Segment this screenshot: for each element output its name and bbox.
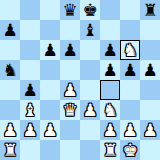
black-pawn-c6[interactable]: ♟ (42, 40, 57, 60)
white-pawn-e3[interactable]: ♟ (82, 100, 97, 120)
square-b6[interactable] (20, 40, 40, 60)
square-e5[interactable] (80, 60, 100, 80)
square-b8[interactable] (20, 0, 40, 20)
square-h6[interactable] (140, 40, 160, 60)
square-e6[interactable] (80, 40, 100, 60)
square-h8[interactable]: ♜ (140, 0, 160, 20)
square-h2[interactable]: ♟ (140, 120, 160, 140)
white-knight-f3[interactable]: ♞ (102, 100, 117, 120)
square-e3[interactable]: ♟ (80, 100, 100, 120)
square-e2[interactable] (80, 120, 100, 140)
white-pawn-a2[interactable]: ♟ (2, 120, 17, 140)
square-a1[interactable]: ♜ (0, 140, 20, 160)
square-h1[interactable] (140, 140, 160, 160)
square-d3[interactable]: ♛ (60, 100, 80, 120)
square-d5[interactable] (60, 60, 80, 80)
black-bishop-e7[interactable]: ♝ (82, 20, 97, 40)
square-a2[interactable]: ♟ (0, 120, 20, 140)
square-f5[interactable]: ♟ (100, 60, 120, 80)
chess-board: ♛♚♜♟♝♟♟♟♞♞♟♟♟♟♟♝♛♟♞♟♟♟♟♟♟♜♜♚ (0, 0, 160, 160)
black-pawn-a7[interactable]: ♟ (2, 20, 17, 40)
square-g6[interactable]: ♞ (120, 40, 140, 60)
square-a4[interactable] (0, 80, 20, 100)
square-b1[interactable] (20, 140, 40, 160)
square-c7[interactable] (40, 20, 60, 40)
square-e7[interactable]: ♝ (80, 20, 100, 40)
square-c3[interactable] (40, 100, 60, 120)
square-c1[interactable] (40, 140, 60, 160)
square-a5[interactable]: ♞ (0, 60, 20, 80)
black-pawn-f6[interactable]: ♟ (102, 40, 117, 60)
square-d4[interactable]: ♟ (60, 80, 80, 100)
black-pawn-d6[interactable]: ♟ (62, 40, 77, 60)
square-d1[interactable] (60, 140, 80, 160)
square-a7[interactable]: ♟ (0, 20, 20, 40)
square-e8[interactable]: ♚ (80, 0, 100, 20)
square-c2[interactable]: ♟ (40, 120, 60, 140)
white-pawn-h2[interactable]: ♟ (142, 120, 157, 140)
square-f4[interactable] (100, 80, 120, 100)
square-f8[interactable] (100, 0, 120, 20)
square-h7[interactable] (140, 20, 160, 40)
black-pawn-g5[interactable]: ♟ (122, 60, 137, 80)
square-c6[interactable]: ♟ (40, 40, 60, 60)
square-e4[interactable] (80, 80, 100, 100)
square-h3[interactable] (140, 100, 160, 120)
black-king-e8[interactable]: ♚ (82, 0, 97, 20)
square-g8[interactable] (120, 0, 140, 20)
square-f3[interactable]: ♞ (100, 100, 120, 120)
white-knight-g6[interactable]: ♞ (122, 40, 137, 60)
square-e1[interactable] (80, 140, 100, 160)
black-pawn-h5[interactable]: ♟ (142, 60, 157, 80)
black-queen-d8[interactable]: ♛ (62, 0, 77, 20)
white-bishop-b3[interactable]: ♝ (22, 100, 37, 120)
square-d2[interactable] (60, 120, 80, 140)
square-g7[interactable] (120, 20, 140, 40)
square-c5[interactable] (40, 60, 60, 80)
square-a3[interactable] (0, 100, 20, 120)
white-queen-d3[interactable]: ♛ (62, 100, 77, 120)
white-pawn-f2[interactable]: ♟ (102, 120, 117, 140)
white-pawn-b2[interactable]: ♟ (22, 120, 37, 140)
square-c4[interactable] (40, 80, 60, 100)
square-g2[interactable]: ♟ (120, 120, 140, 140)
white-pawn-g2[interactable]: ♟ (122, 120, 137, 140)
white-king-g1[interactable]: ♚ (122, 140, 137, 160)
black-knight-a5[interactable]: ♞ (2, 60, 17, 80)
square-h4[interactable] (140, 80, 160, 100)
square-f1[interactable]: ♜ (100, 140, 120, 160)
black-pawn-f5[interactable]: ♟ (102, 60, 117, 80)
square-d6[interactable]: ♟ (60, 40, 80, 60)
square-f7[interactable] (100, 20, 120, 40)
black-rook-h8[interactable]: ♜ (142, 0, 157, 20)
square-c8[interactable] (40, 0, 60, 20)
square-a6[interactable] (0, 40, 20, 60)
square-d8[interactable]: ♛ (60, 0, 80, 20)
square-g4[interactable] (120, 80, 140, 100)
white-pawn-c2[interactable]: ♟ (42, 120, 57, 140)
square-b3[interactable]: ♝ (20, 100, 40, 120)
square-f6[interactable]: ♟ (100, 40, 120, 60)
white-rook-f1[interactable]: ♜ (102, 140, 117, 160)
square-b7[interactable] (20, 20, 40, 40)
white-pawn-d4[interactable]: ♟ (62, 80, 77, 100)
square-f2[interactable]: ♟ (100, 120, 120, 140)
square-d7[interactable] (60, 20, 80, 40)
square-h5[interactable]: ♟ (140, 60, 160, 80)
white-rook-a1[interactable]: ♜ (2, 140, 17, 160)
square-g1[interactable]: ♚ (120, 140, 140, 160)
square-g5[interactable]: ♟ (120, 60, 140, 80)
square-a8[interactable] (0, 0, 20, 20)
square-b2[interactable]: ♟ (20, 120, 40, 140)
black-pawn-b4[interactable]: ♟ (22, 80, 37, 100)
square-g3[interactable] (120, 100, 140, 120)
square-b5[interactable] (20, 60, 40, 80)
square-b4[interactable]: ♟ (20, 80, 40, 100)
